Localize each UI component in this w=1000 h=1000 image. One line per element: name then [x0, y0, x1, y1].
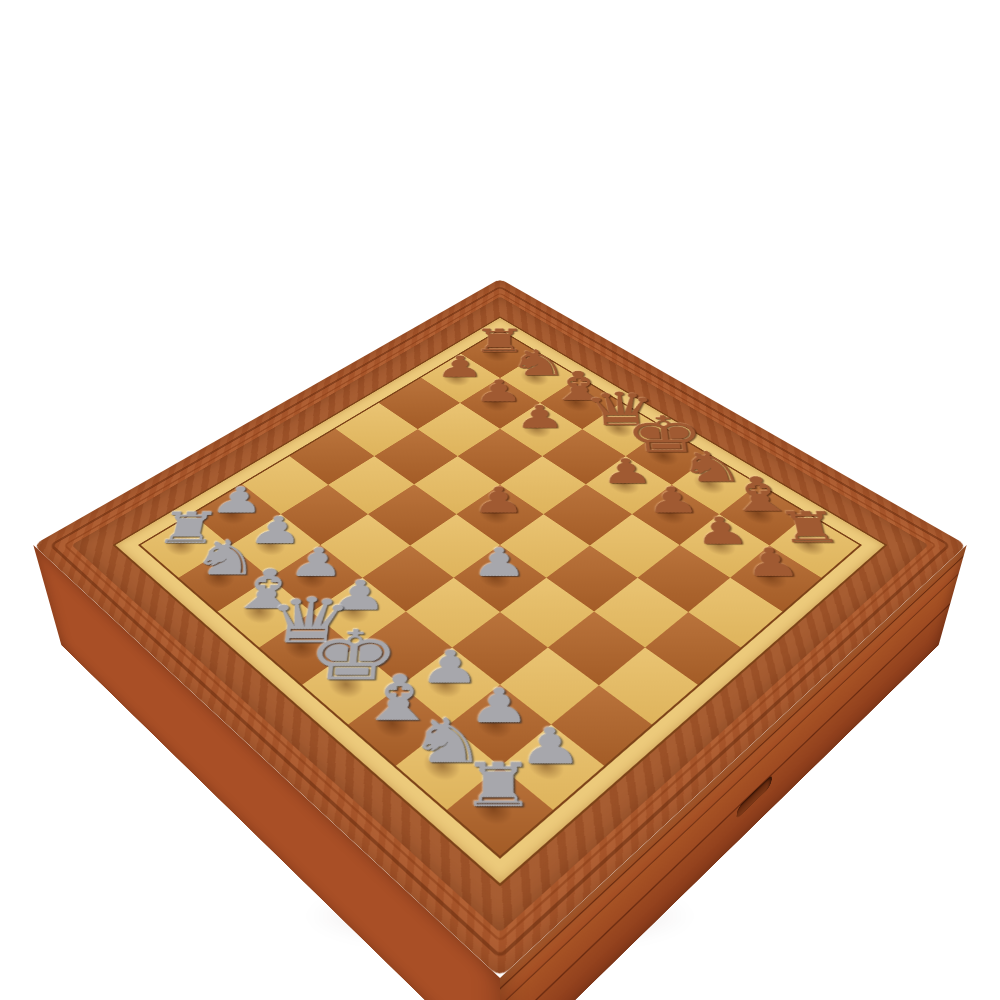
square-g2[interactable]: ♟ [449, 685, 550, 766]
square-h1[interactable]: ♜ [447, 766, 554, 856]
square-g4[interactable] [548, 612, 644, 685]
square-e1[interactable]: ♚ [302, 647, 401, 724]
square-h4[interactable] [599, 647, 698, 724]
piece-shadow [408, 737, 476, 793]
square-f2[interactable]: ♟ [401, 647, 500, 724]
square-g1[interactable]: ♞ [396, 724, 500, 809]
square-f3[interactable] [452, 612, 548, 685]
piece-shadow [511, 737, 580, 793]
square-g3[interactable] [500, 647, 599, 724]
square-g5[interactable] [594, 577, 688, 647]
square-h2[interactable]: ♟ [500, 724, 604, 809]
white-rook-glyph: ♜ [460, 755, 537, 816]
white-bishop-glyph: ♝ [355, 667, 442, 730]
piece-shadow [314, 659, 379, 710]
square-f4[interactable] [500, 577, 594, 647]
square-h6[interactable] [688, 577, 782, 647]
square-e4[interactable]: ♟ [454, 545, 546, 612]
drawer-handle-notch[interactable] [736, 774, 773, 820]
white-knight-glyph: ♞ [407, 710, 488, 772]
product-photo: ♜♞♝♛♚♞♝♜♟♟♟♟♟♟♟♟♟♟♟♟♟♟♟♟♜♞♝♛♚♝♞♜ [0, 0, 1000, 1000]
piece-shadow [412, 659, 477, 710]
white-pawn-glyph: ♟ [518, 721, 583, 771]
box-lid: ♜♞♝♛♚♞♝♜♟♟♟♟♟♟♟♟♟♟♟♟♟♟♟♟♜♞♝♛♚♝♞♜ [33, 279, 966, 978]
piece-shadow [359, 697, 425, 750]
white-pawn-glyph: ♟ [470, 543, 527, 582]
piece-shadow [461, 697, 528, 750]
square-h3[interactable] [551, 685, 652, 766]
square-h5[interactable] [645, 612, 741, 685]
black-pawn-glyph: ♟ [740, 543, 804, 582]
piece-shadow [458, 779, 529, 838]
white-king-glyph: ♚ [303, 621, 403, 690]
black-pawn-glyph: ♟ [472, 482, 527, 518]
square-f5[interactable] [546, 545, 638, 612]
chess-box: ♜♞♝♛♚♞♝♜♟♟♟♟♟♟♟♟♟♟♟♟♟♟♟♟♜♞♝♛♚♝♞♜ [33, 279, 966, 978]
white-pawn-glyph: ♟ [467, 682, 530, 730]
square-f1[interactable]: ♝ [348, 685, 449, 766]
square-g6[interactable] [638, 545, 730, 612]
black-pawn-glyph: ♟ [514, 401, 566, 432]
white-pawn-glyph: ♟ [419, 645, 481, 690]
scene: ♜♞♝♛♚♞♝♜♟♟♟♟♟♟♟♟♟♟♟♟♟♟♟♟♜♞♝♛♚♝♞♜ [0, 0, 1000, 1000]
piece-shadow [270, 623, 333, 671]
square-h7[interactable]: ♟ [730, 545, 822, 612]
square-e3[interactable] [406, 577, 500, 647]
